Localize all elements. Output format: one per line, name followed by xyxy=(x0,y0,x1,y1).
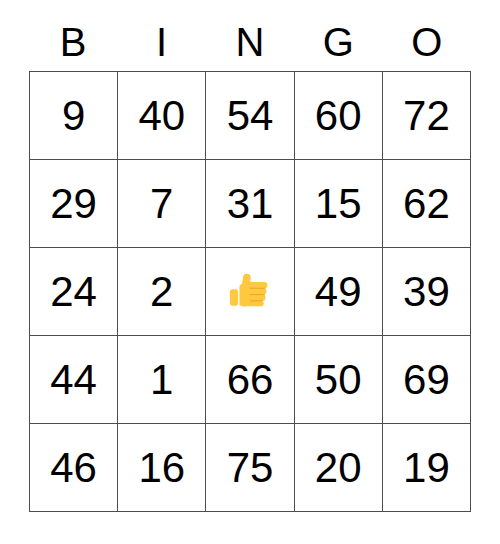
column-letter-i: I xyxy=(156,22,167,62)
cell-r4c5[interactable]: 69 xyxy=(383,336,471,424)
cell-r2c2[interactable]: 7 xyxy=(118,160,206,248)
cell-r4c1[interactable]: 44 xyxy=(30,336,118,424)
column-letter-n: N xyxy=(236,22,265,62)
cell-r1c3[interactable]: 54 xyxy=(206,72,294,160)
cell-r3c4[interactable]: 49 xyxy=(295,248,383,336)
cell-r4c2[interactable]: 1 xyxy=(118,336,206,424)
cell-r5c1[interactable]: 46 xyxy=(30,424,118,512)
column-letter-o: O xyxy=(411,22,442,62)
bingo-header: B I N G O xyxy=(29,0,471,71)
cell-r4c3[interactable]: 66 xyxy=(206,336,294,424)
column-letter-b: B xyxy=(60,22,87,62)
column-letter-g: G xyxy=(323,22,354,62)
free-space-cell[interactable] xyxy=(206,248,294,336)
cell-r2c4[interactable]: 15 xyxy=(295,160,383,248)
bingo-grid: 9 40 54 60 72 29 7 31 15 62 24 2 49 39 4… xyxy=(29,71,471,512)
cell-r1c4[interactable]: 60 xyxy=(295,72,383,160)
bingo-card: B I N G O 9 40 54 60 72 29 7 31 15 62 24… xyxy=(0,0,500,544)
cell-r1c1[interactable]: 9 xyxy=(30,72,118,160)
cell-r5c2[interactable]: 16 xyxy=(118,424,206,512)
cell-r5c5[interactable]: 19 xyxy=(383,424,471,512)
cell-r5c3[interactable]: 75 xyxy=(206,424,294,512)
cell-r1c2[interactable]: 40 xyxy=(118,72,206,160)
cell-r1c5[interactable]: 72 xyxy=(383,72,471,160)
cell-r2c5[interactable]: 62 xyxy=(383,160,471,248)
cell-r3c5[interactable]: 39 xyxy=(383,248,471,336)
cell-r3c1[interactable]: 24 xyxy=(30,248,118,336)
thumbs-up-icon xyxy=(227,270,273,314)
cell-r2c1[interactable]: 29 xyxy=(30,160,118,248)
cell-r3c2[interactable]: 2 xyxy=(118,248,206,336)
cell-r5c4[interactable]: 20 xyxy=(295,424,383,512)
cell-r2c3[interactable]: 31 xyxy=(206,160,294,248)
cell-r4c4[interactable]: 50 xyxy=(295,336,383,424)
